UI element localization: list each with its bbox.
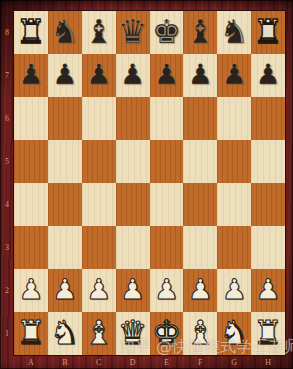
square-c5[interactable] — [82, 140, 116, 183]
piece-black-queen[interactable]: ♛ — [118, 15, 148, 50]
piece-black-rook[interactable]: ♜ — [253, 15, 283, 50]
piece-black-pawn[interactable]: ♟ — [222, 61, 247, 91]
rank-label-6: 6 — [0, 97, 14, 140]
square-c3[interactable] — [82, 226, 116, 269]
piece-white-pawn[interactable]: ♟ — [154, 276, 179, 306]
piece-black-pawn[interactable]: ♟ — [18, 61, 43, 91]
square-a6[interactable] — [14, 97, 48, 140]
piece-white-pawn[interactable]: ♟ — [18, 276, 43, 306]
square-a8[interactable]: ♜ — [14, 11, 48, 54]
square-g8[interactable]: ♞ — [217, 11, 251, 54]
piece-black-pawn[interactable]: ♟ — [86, 61, 111, 91]
square-e7[interactable]: ♟ — [150, 54, 184, 97]
square-b5[interactable] — [48, 140, 82, 183]
file-label-d: D — [116, 355, 150, 369]
square-e5[interactable] — [150, 140, 184, 183]
piece-white-pawn[interactable]: ♟ — [222, 276, 247, 306]
square-c4[interactable] — [82, 183, 116, 226]
piece-white-pawn[interactable]: ♟ — [120, 276, 145, 306]
piece-black-bishop[interactable]: ♝ — [84, 15, 114, 50]
square-h4[interactable] — [251, 183, 285, 226]
square-d5[interactable] — [116, 140, 150, 183]
square-c6[interactable] — [82, 97, 116, 140]
square-b7[interactable]: ♟ — [48, 54, 82, 97]
rank-labels: 87654321 — [0, 11, 14, 355]
square-h5[interactable] — [251, 140, 285, 183]
square-b6[interactable] — [48, 97, 82, 140]
piece-black-king[interactable]: ♚ — [152, 15, 182, 50]
square-g7[interactable]: ♟ — [217, 54, 251, 97]
rank-label-8: 8 — [0, 11, 14, 54]
square-g1[interactable]: ♞ — [217, 312, 251, 355]
square-f3[interactable] — [183, 226, 217, 269]
square-c8[interactable]: ♝ — [82, 11, 116, 54]
piece-white-pawn[interactable]: ♟ — [256, 276, 281, 306]
square-b2[interactable]: ♟ — [48, 269, 82, 312]
square-h6[interactable] — [251, 97, 285, 140]
piece-black-rook[interactable]: ♜ — [16, 15, 46, 50]
square-a5[interactable] — [14, 140, 48, 183]
square-g6[interactable] — [217, 97, 251, 140]
square-h8[interactable]: ♜ — [251, 11, 285, 54]
piece-white-pawn[interactable]: ♟ — [86, 276, 111, 306]
piece-white-king[interactable]: ♚ — [152, 316, 182, 351]
square-d6[interactable] — [116, 97, 150, 140]
piece-black-pawn[interactable]: ♟ — [120, 61, 145, 91]
square-e8[interactable]: ♚ — [150, 11, 184, 54]
piece-white-rook[interactable]: ♜ — [253, 316, 283, 351]
square-e2[interactable]: ♟ — [150, 269, 184, 312]
piece-white-pawn[interactable]: ♟ — [52, 276, 77, 306]
square-a7[interactable]: ♟ — [14, 54, 48, 97]
piece-black-knight[interactable]: ♞ — [219, 15, 249, 50]
file-label-a: A — [14, 355, 48, 369]
square-b1[interactable]: ♞ — [48, 312, 82, 355]
piece-white-knight[interactable]: ♞ — [219, 316, 249, 351]
square-d8[interactable]: ♛ — [116, 11, 150, 54]
square-h2[interactable]: ♟ — [251, 269, 285, 312]
square-f4[interactable] — [183, 183, 217, 226]
rank-label-3: 3 — [0, 226, 14, 269]
piece-white-bishop[interactable]: ♝ — [84, 316, 114, 351]
piece-black-pawn[interactable]: ♟ — [154, 61, 179, 91]
square-b3[interactable] — [48, 226, 82, 269]
piece-white-pawn[interactable]: ♟ — [188, 276, 213, 306]
square-e4[interactable] — [150, 183, 184, 226]
square-d3[interactable] — [116, 226, 150, 269]
piece-black-pawn[interactable]: ♟ — [188, 61, 213, 91]
square-d7[interactable]: ♟ — [116, 54, 150, 97]
square-f5[interactable] — [183, 140, 217, 183]
square-g3[interactable] — [217, 226, 251, 269]
square-g4[interactable] — [217, 183, 251, 226]
square-f1[interactable]: ♝ — [183, 312, 217, 355]
piece-black-pawn[interactable]: ♟ — [256, 61, 281, 91]
file-label-h: H — [251, 355, 285, 369]
piece-white-bishop[interactable]: ♝ — [186, 316, 216, 351]
square-e1[interactable]: ♚ — [150, 312, 184, 355]
rank-label-2: 2 — [0, 269, 14, 312]
rank-label-7: 7 — [0, 54, 14, 97]
square-a1[interactable]: ♜ — [14, 312, 48, 355]
piece-black-bishop[interactable]: ♝ — [186, 15, 216, 50]
square-c2[interactable]: ♟ — [82, 269, 116, 312]
square-f6[interactable] — [183, 97, 217, 140]
chessboard: ♜♞♝♛♚♝♞♜♟♟♟♟♟♟♟♟♟♟♟♟♟♟♟♟♜♞♝♛♚♝♞♜ — [14, 11, 285, 355]
square-d1[interactable]: ♛ — [116, 312, 150, 355]
square-e3[interactable] — [150, 226, 184, 269]
square-f2[interactable]: ♟ — [183, 269, 217, 312]
file-label-c: C — [82, 355, 116, 369]
square-a3[interactable] — [14, 226, 48, 269]
square-g5[interactable] — [217, 140, 251, 183]
square-h7[interactable]: ♟ — [251, 54, 285, 97]
square-c1[interactable]: ♝ — [82, 312, 116, 355]
square-b4[interactable] — [48, 183, 82, 226]
square-c7[interactable]: ♟ — [82, 54, 116, 97]
square-h3[interactable] — [251, 226, 285, 269]
square-a4[interactable] — [14, 183, 48, 226]
square-f8[interactable]: ♝ — [183, 11, 217, 54]
piece-black-pawn[interactable]: ♟ — [52, 61, 77, 91]
chess-app-window: 87654321 ♜♞♝♛♚♝♞♜♟♟♟♟♟♟♟♟♟♟♟♟♟♟♟♟♜♞♝♛♚♝♞… — [0, 0, 293, 369]
rank-label-4: 4 — [0, 183, 14, 226]
file-label-b: B — [48, 355, 82, 369]
file-label-e: E — [150, 355, 184, 369]
square-b8[interactable]: ♞ — [48, 11, 82, 54]
file-labels: ABCDEFGH — [14, 355, 285, 369]
square-g2[interactable]: ♟ — [217, 269, 251, 312]
square-h1[interactable]: ♜ — [251, 312, 285, 355]
piece-white-queen[interactable]: ♛ — [118, 316, 148, 351]
square-d4[interactable] — [116, 183, 150, 226]
piece-white-rook[interactable]: ♜ — [16, 316, 46, 351]
square-f7[interactable]: ♟ — [183, 54, 217, 97]
piece-black-knight[interactable]: ♞ — [50, 15, 80, 50]
file-label-f: F — [183, 355, 217, 369]
square-a2[interactable]: ♟ — [14, 269, 48, 312]
piece-white-knight[interactable]: ♞ — [50, 316, 80, 351]
square-e6[interactable] — [150, 97, 184, 140]
rank-label-1: 1 — [0, 312, 14, 355]
file-label-g: G — [217, 355, 251, 369]
rank-label-5: 5 — [0, 140, 14, 183]
square-d2[interactable]: ♟ — [116, 269, 150, 312]
